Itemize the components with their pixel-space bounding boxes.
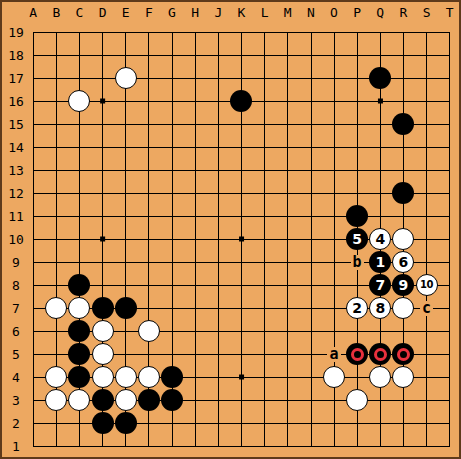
intersection[interactable] (45, 389, 68, 412)
intersection[interactable] (207, 21, 230, 44)
intersection[interactable] (68, 297, 91, 320)
intersection[interactable] (22, 343, 45, 366)
intersection[interactable] (253, 343, 276, 366)
intersection[interactable] (22, 136, 45, 159)
intersection[interactable] (346, 136, 369, 159)
intersection[interactable] (160, 251, 183, 274)
intersection[interactable] (415, 228, 438, 251)
intersection[interactable] (369, 389, 392, 412)
intersection[interactable] (160, 90, 183, 113)
intersection[interactable] (91, 228, 114, 251)
intersection[interactable] (137, 251, 160, 274)
intersection[interactable] (91, 182, 114, 205)
intersection[interactable] (137, 274, 160, 297)
intersection[interactable] (276, 90, 299, 113)
intersection[interactable] (253, 435, 276, 458)
intersection[interactable] (184, 274, 207, 297)
intersection[interactable] (322, 274, 345, 297)
intersection[interactable] (415, 182, 438, 205)
intersection[interactable] (276, 297, 299, 320)
intersection[interactable] (160, 67, 183, 90)
intersection[interactable] (415, 205, 438, 228)
intersection[interactable] (299, 228, 322, 251)
intersection[interactable] (137, 113, 160, 136)
intersection[interactable] (91, 159, 114, 182)
intersection[interactable] (322, 113, 345, 136)
intersection[interactable] (114, 21, 137, 44)
intersection[interactable] (438, 389, 461, 412)
intersection[interactable] (160, 343, 183, 366)
intersection[interactable] (230, 343, 253, 366)
intersection[interactable] (114, 113, 137, 136)
intersection[interactable] (137, 67, 160, 90)
intersection[interactable] (160, 44, 183, 67)
intersection[interactable] (91, 205, 114, 228)
intersection[interactable] (160, 205, 183, 228)
intersection[interactable] (415, 67, 438, 90)
intersection[interactable] (137, 205, 160, 228)
intersection[interactable] (184, 228, 207, 251)
intersection[interactable] (322, 67, 345, 90)
intersection[interactable] (346, 366, 369, 389)
intersection[interactable] (22, 67, 45, 90)
intersection[interactable] (299, 366, 322, 389)
intersection[interactable] (346, 205, 369, 228)
intersection[interactable] (160, 435, 183, 458)
intersection[interactable] (346, 44, 369, 67)
intersection[interactable] (276, 136, 299, 159)
intersection[interactable] (114, 366, 137, 389)
intersection[interactable] (438, 343, 461, 366)
intersection[interactable] (160, 366, 183, 389)
intersection[interactable] (91, 343, 114, 366)
intersection[interactable] (438, 366, 461, 389)
intersection[interactable] (299, 435, 322, 458)
intersection[interactable] (184, 182, 207, 205)
intersection[interactable] (415, 159, 438, 182)
intersection[interactable] (276, 343, 299, 366)
intersection[interactable] (114, 389, 137, 412)
intersection[interactable] (346, 389, 369, 412)
intersection[interactable] (207, 67, 230, 90)
intersection[interactable] (184, 412, 207, 435)
intersection[interactable] (137, 159, 160, 182)
intersection[interactable] (415, 136, 438, 159)
intersection[interactable] (415, 435, 438, 458)
intersection[interactable] (91, 389, 114, 412)
intersection[interactable] (415, 366, 438, 389)
intersection[interactable] (68, 366, 91, 389)
intersection[interactable] (184, 136, 207, 159)
intersection[interactable] (68, 228, 91, 251)
intersection[interactable] (369, 412, 392, 435)
intersection[interactable] (91, 320, 114, 343)
intersection[interactable] (22, 412, 45, 435)
intersection[interactable] (299, 343, 322, 366)
intersection[interactable] (299, 320, 322, 343)
intersection[interactable] (392, 205, 415, 228)
intersection[interactable] (207, 412, 230, 435)
intersection[interactable] (253, 228, 276, 251)
intersection[interactable]: 2 (346, 297, 369, 320)
intersection[interactable] (299, 251, 322, 274)
intersection[interactable] (346, 90, 369, 113)
intersection[interactable] (114, 182, 137, 205)
intersection[interactable] (392, 182, 415, 205)
intersection[interactable]: 4 (369, 228, 392, 251)
intersection[interactable] (207, 297, 230, 320)
intersection[interactable] (207, 44, 230, 67)
intersection[interactable] (137, 182, 160, 205)
intersection[interactable] (322, 21, 345, 44)
intersection[interactable] (322, 44, 345, 67)
intersection[interactable] (369, 205, 392, 228)
intersection[interactable] (299, 136, 322, 159)
intersection[interactable] (346, 182, 369, 205)
intersection[interactable] (45, 182, 68, 205)
intersection[interactable] (253, 412, 276, 435)
intersection[interactable]: 10 (415, 274, 438, 297)
intersection[interactable] (369, 182, 392, 205)
intersection[interactable] (415, 412, 438, 435)
intersection[interactable] (369, 44, 392, 67)
intersection[interactable] (91, 274, 114, 297)
intersection[interactable] (137, 90, 160, 113)
intersection[interactable] (299, 67, 322, 90)
intersection[interactable] (207, 113, 230, 136)
intersection[interactable] (276, 389, 299, 412)
intersection[interactable] (184, 251, 207, 274)
intersection[interactable] (207, 343, 230, 366)
intersection[interactable] (22, 366, 45, 389)
intersection[interactable] (392, 343, 415, 366)
intersection[interactable] (91, 412, 114, 435)
intersection[interactable] (276, 228, 299, 251)
intersection[interactable] (276, 182, 299, 205)
intersection[interactable] (415, 389, 438, 412)
intersection[interactable] (415, 251, 438, 274)
intersection[interactable] (22, 182, 45, 205)
intersection[interactable] (415, 343, 438, 366)
intersection[interactable] (322, 205, 345, 228)
intersection[interactable] (369, 320, 392, 343)
intersection[interactable] (22, 90, 45, 113)
intersection[interactable] (276, 251, 299, 274)
intersection[interactable] (91, 113, 114, 136)
intersection[interactable] (22, 274, 45, 297)
intersection[interactable] (114, 320, 137, 343)
intersection[interactable] (346, 343, 369, 366)
intersection[interactable] (207, 389, 230, 412)
intersection[interactable] (114, 159, 137, 182)
intersection[interactable] (392, 44, 415, 67)
intersection[interactable] (184, 205, 207, 228)
intersection[interactable] (392, 320, 415, 343)
intersection[interactable] (207, 320, 230, 343)
intersection[interactable] (299, 389, 322, 412)
intersection[interactable] (253, 366, 276, 389)
intersection[interactable] (22, 297, 45, 320)
intersection[interactable] (369, 113, 392, 136)
intersection[interactable] (322, 251, 345, 274)
intersection[interactable] (253, 113, 276, 136)
intersection[interactable] (392, 136, 415, 159)
intersection[interactable] (438, 297, 461, 320)
intersection[interactable] (22, 159, 45, 182)
intersection[interactable] (299, 21, 322, 44)
intersection[interactable] (322, 389, 345, 412)
intersection[interactable] (160, 389, 183, 412)
intersection[interactable] (207, 435, 230, 458)
intersection[interactable] (160, 21, 183, 44)
intersection[interactable] (322, 412, 345, 435)
intersection[interactable]: b (346, 251, 369, 274)
intersection[interactable] (207, 90, 230, 113)
intersection[interactable] (45, 67, 68, 90)
intersection[interactable] (160, 320, 183, 343)
intersection[interactable] (322, 136, 345, 159)
intersection[interactable] (184, 44, 207, 67)
intersection[interactable] (45, 297, 68, 320)
intersection[interactable] (45, 159, 68, 182)
intersection[interactable] (68, 90, 91, 113)
intersection[interactable] (137, 21, 160, 44)
intersection[interactable] (392, 366, 415, 389)
intersection[interactable]: 5 (346, 228, 369, 251)
intersection[interactable] (415, 44, 438, 67)
intersection[interactable] (68, 274, 91, 297)
intersection[interactable] (346, 435, 369, 458)
intersection[interactable] (184, 366, 207, 389)
intersection[interactable] (253, 297, 276, 320)
intersection[interactable] (68, 435, 91, 458)
intersection[interactable] (438, 21, 461, 44)
intersection[interactable] (322, 90, 345, 113)
intersection[interactable] (160, 159, 183, 182)
intersection[interactable] (137, 366, 160, 389)
intersection[interactable] (207, 205, 230, 228)
intersection[interactable] (392, 435, 415, 458)
intersection[interactable] (114, 44, 137, 67)
intersection[interactable] (346, 320, 369, 343)
intersection[interactable] (45, 21, 68, 44)
intersection[interactable] (184, 159, 207, 182)
intersection[interactable]: 1 (369, 251, 392, 274)
intersection[interactable] (22, 44, 45, 67)
intersection[interactable] (346, 159, 369, 182)
intersection[interactable] (160, 182, 183, 205)
intersection[interactable] (392, 159, 415, 182)
intersection[interactable] (91, 67, 114, 90)
intersection[interactable] (114, 343, 137, 366)
intersection[interactable]: c (415, 297, 438, 320)
intersection[interactable] (299, 205, 322, 228)
intersection[interactable] (369, 366, 392, 389)
intersection[interactable] (415, 113, 438, 136)
intersection[interactable] (230, 90, 253, 113)
intersection[interactable] (230, 389, 253, 412)
intersection[interactable] (415, 21, 438, 44)
intersection[interactable] (346, 412, 369, 435)
intersection[interactable] (392, 297, 415, 320)
intersection[interactable] (276, 320, 299, 343)
intersection[interactable] (438, 205, 461, 228)
intersection[interactable]: 6 (392, 251, 415, 274)
intersection[interactable] (22, 251, 45, 274)
intersection[interactable] (230, 67, 253, 90)
intersection[interactable] (276, 205, 299, 228)
intersection[interactable] (299, 113, 322, 136)
intersection[interactable] (207, 251, 230, 274)
intersection[interactable] (68, 412, 91, 435)
intersection[interactable] (276, 366, 299, 389)
intersection[interactable] (184, 320, 207, 343)
intersection[interactable] (160, 297, 183, 320)
intersection[interactable] (45, 412, 68, 435)
intersection[interactable] (322, 297, 345, 320)
intersection[interactable] (114, 412, 137, 435)
intersection[interactable] (137, 297, 160, 320)
intersection[interactable] (369, 435, 392, 458)
intersection[interactable] (184, 389, 207, 412)
intersection[interactable] (91, 297, 114, 320)
intersection[interactable] (276, 113, 299, 136)
intersection[interactable] (207, 136, 230, 159)
intersection[interactable] (184, 297, 207, 320)
intersection[interactable]: a (322, 343, 345, 366)
intersection[interactable] (207, 182, 230, 205)
intersection[interactable] (114, 67, 137, 90)
intersection[interactable] (415, 90, 438, 113)
intersection[interactable] (230, 182, 253, 205)
intersection[interactable] (438, 435, 461, 458)
intersection[interactable] (299, 44, 322, 67)
intersection[interactable] (184, 67, 207, 90)
intersection[interactable] (299, 297, 322, 320)
intersection[interactable] (114, 136, 137, 159)
intersection[interactable] (160, 136, 183, 159)
intersection[interactable] (392, 90, 415, 113)
intersection[interactable] (438, 136, 461, 159)
intersection[interactable] (45, 320, 68, 343)
intersection[interactable] (253, 274, 276, 297)
intersection[interactable] (415, 320, 438, 343)
intersection[interactable] (22, 21, 45, 44)
intersection[interactable] (230, 366, 253, 389)
intersection[interactable] (91, 21, 114, 44)
intersection[interactable] (322, 366, 345, 389)
intersection[interactable] (230, 205, 253, 228)
intersection[interactable] (22, 113, 45, 136)
intersection[interactable] (230, 412, 253, 435)
intersection[interactable] (230, 320, 253, 343)
intersection[interactable]: 7 (369, 274, 392, 297)
intersection[interactable] (114, 435, 137, 458)
intersection[interactable] (392, 67, 415, 90)
intersection[interactable] (253, 90, 276, 113)
intersection[interactable] (438, 44, 461, 67)
intersection[interactable] (114, 90, 137, 113)
intersection[interactable] (91, 136, 114, 159)
intersection[interactable] (68, 251, 91, 274)
intersection[interactable] (137, 343, 160, 366)
intersection[interactable] (392, 412, 415, 435)
intersection[interactable] (68, 205, 91, 228)
intersection[interactable] (45, 274, 68, 297)
intersection[interactable] (346, 67, 369, 90)
intersection[interactable] (322, 435, 345, 458)
intersection[interactable] (253, 320, 276, 343)
intersection[interactable] (45, 113, 68, 136)
intersection[interactable] (137, 412, 160, 435)
intersection[interactable] (114, 274, 137, 297)
intersection[interactable] (369, 21, 392, 44)
intersection[interactable] (438, 228, 461, 251)
intersection[interactable] (45, 435, 68, 458)
intersection[interactable]: 8 (369, 297, 392, 320)
intersection[interactable] (322, 320, 345, 343)
intersection[interactable] (45, 343, 68, 366)
intersection[interactable] (230, 251, 253, 274)
intersection[interactable] (438, 274, 461, 297)
intersection[interactable] (392, 113, 415, 136)
intersection[interactable] (160, 228, 183, 251)
intersection[interactable] (299, 412, 322, 435)
intersection[interactable] (230, 113, 253, 136)
intersection[interactable] (207, 274, 230, 297)
intersection[interactable] (438, 182, 461, 205)
intersection[interactable] (114, 205, 137, 228)
intersection[interactable] (253, 182, 276, 205)
intersection[interactable] (276, 159, 299, 182)
intersection[interactable] (68, 21, 91, 44)
intersection[interactable] (184, 435, 207, 458)
intersection[interactable] (207, 228, 230, 251)
intersection[interactable] (137, 136, 160, 159)
intersection[interactable] (253, 136, 276, 159)
intersection[interactable] (45, 366, 68, 389)
intersection[interactable] (369, 343, 392, 366)
intersection[interactable] (438, 320, 461, 343)
intersection[interactable] (22, 320, 45, 343)
intersection[interactable] (184, 21, 207, 44)
intersection[interactable] (230, 297, 253, 320)
intersection[interactable] (276, 274, 299, 297)
intersection[interactable] (253, 389, 276, 412)
intersection[interactable] (22, 228, 45, 251)
intersection[interactable] (68, 67, 91, 90)
intersection[interactable] (160, 274, 183, 297)
intersection[interactable] (45, 251, 68, 274)
intersection[interactable] (91, 435, 114, 458)
intersection[interactable] (230, 435, 253, 458)
intersection[interactable] (322, 228, 345, 251)
intersection[interactable] (346, 113, 369, 136)
intersection[interactable] (68, 320, 91, 343)
intersection[interactable] (438, 412, 461, 435)
intersection[interactable] (184, 90, 207, 113)
intersection[interactable] (276, 412, 299, 435)
intersection[interactable] (160, 412, 183, 435)
intersection[interactable] (207, 366, 230, 389)
intersection[interactable] (68, 182, 91, 205)
intersection[interactable] (299, 90, 322, 113)
intersection[interactable] (438, 90, 461, 113)
intersection[interactable] (137, 320, 160, 343)
intersection[interactable] (253, 67, 276, 90)
intersection[interactable] (230, 21, 253, 44)
intersection[interactable] (22, 205, 45, 228)
